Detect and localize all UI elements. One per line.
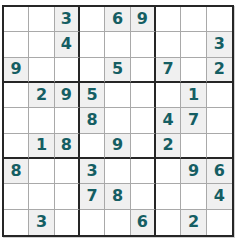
cell-r3c3-empty[interactable] [55, 58, 80, 83]
cell-r8c1-empty[interactable] [4, 184, 29, 209]
cell-r9c5-empty[interactable] [105, 210, 130, 235]
sudoku-page: 369439572295184718928396784362 [0, 0, 240, 240]
cell-r7c2-empty[interactable] [29, 159, 54, 184]
cell-r5c4-given: 8 [80, 108, 105, 133]
cell-r3c9-given: 2 [207, 58, 232, 83]
cell-r3c2-empty[interactable] [29, 58, 54, 83]
cell-r8c7-empty[interactable] [156, 184, 181, 209]
cell-r8c3-empty[interactable] [55, 184, 80, 209]
cell-r9c3-empty[interactable] [55, 210, 80, 235]
cell-r8c2-empty[interactable] [29, 184, 54, 209]
cell-r3c1-given: 9 [4, 58, 29, 83]
cell-r2c1-empty[interactable] [4, 32, 29, 57]
cell-r6c5-given: 9 [105, 134, 130, 159]
cell-r6c9-empty[interactable] [207, 134, 232, 159]
cell-r3c5-given: 5 [105, 58, 130, 83]
cell-r1c8-empty[interactable] [181, 7, 206, 32]
cell-r9c4-empty[interactable] [80, 210, 105, 235]
cell-r2c5-empty[interactable] [105, 32, 130, 57]
cell-r3c8-empty[interactable] [181, 58, 206, 83]
cell-r6c3-given: 8 [55, 134, 80, 159]
cell-r2c2-empty[interactable] [29, 32, 54, 57]
cell-r3c4-empty[interactable] [80, 58, 105, 83]
cell-r6c6-empty[interactable] [131, 134, 156, 159]
cell-r6c8-empty[interactable] [181, 134, 206, 159]
cell-r6c4-empty[interactable] [80, 134, 105, 159]
cell-r9c9-empty[interactable] [207, 210, 232, 235]
cell-r2c3-given: 4 [55, 32, 80, 57]
cell-r5c6-empty[interactable] [131, 108, 156, 133]
cell-r2c6-empty[interactable] [131, 32, 156, 57]
cell-r1c2-empty[interactable] [29, 7, 54, 32]
cell-r5c2-empty[interactable] [29, 108, 54, 133]
cell-r8c8-empty[interactable] [181, 184, 206, 209]
cell-r6c7-given: 2 [156, 134, 181, 159]
cell-r5c3-empty[interactable] [55, 108, 80, 133]
cell-r2c7-empty[interactable] [156, 32, 181, 57]
cell-r7c8-given: 9 [181, 159, 206, 184]
cell-r2c4-empty[interactable] [80, 32, 105, 57]
cell-r1c1-empty[interactable] [4, 7, 29, 32]
cell-r4c3-given: 9 [55, 83, 80, 108]
cell-r3c7-given: 7 [156, 58, 181, 83]
cell-r8c4-given: 7 [80, 184, 105, 209]
cell-r7c9-given: 6 [207, 159, 232, 184]
cell-r5c5-empty[interactable] [105, 108, 130, 133]
cell-r4c4-given: 5 [80, 83, 105, 108]
cell-r1c3-given: 3 [55, 7, 80, 32]
cell-r7c7-empty[interactable] [156, 159, 181, 184]
sudoku-board: 369439572295184718928396784362 [2, 5, 234, 237]
cell-r2c8-empty[interactable] [181, 32, 206, 57]
cell-r6c2-given: 1 [29, 134, 54, 159]
cell-r4c8-given: 1 [181, 83, 206, 108]
cell-r8c6-empty[interactable] [131, 184, 156, 209]
cell-r4c1-empty[interactable] [4, 83, 29, 108]
cell-r7c3-empty[interactable] [55, 159, 80, 184]
cell-r4c5-empty[interactable] [105, 83, 130, 108]
cell-r1c7-empty[interactable] [156, 7, 181, 32]
cell-r9c1-empty[interactable] [4, 210, 29, 235]
cell-r6c1-empty[interactable] [4, 134, 29, 159]
cell-r7c4-given: 3 [80, 159, 105, 184]
cell-r5c8-given: 7 [181, 108, 206, 133]
cell-r1c9-empty[interactable] [207, 7, 232, 32]
cell-r5c9-empty[interactable] [207, 108, 232, 133]
cell-r9c6-given: 6 [131, 210, 156, 235]
cell-r9c2-given: 3 [29, 210, 54, 235]
cell-r4c7-empty[interactable] [156, 83, 181, 108]
cell-r9c8-given: 2 [181, 210, 206, 235]
cell-r4c6-empty[interactable] [131, 83, 156, 108]
cell-r1c6-given: 9 [131, 7, 156, 32]
cell-r2c9-given: 3 [207, 32, 232, 57]
cell-r7c5-empty[interactable] [105, 159, 130, 184]
cell-r9c7-empty[interactable] [156, 210, 181, 235]
cell-r5c1-empty[interactable] [4, 108, 29, 133]
cell-r4c2-given: 2 [29, 83, 54, 108]
cell-r3c6-empty[interactable] [131, 58, 156, 83]
cell-r7c6-empty[interactable] [131, 159, 156, 184]
cell-r1c4-empty[interactable] [80, 7, 105, 32]
cell-r5c7-given: 4 [156, 108, 181, 133]
cell-r8c5-given: 8 [105, 184, 130, 209]
cell-r1c5-given: 6 [105, 7, 130, 32]
cell-r8c9-given: 4 [207, 184, 232, 209]
cell-r7c1-given: 8 [4, 159, 29, 184]
cell-r4c9-empty[interactable] [207, 83, 232, 108]
